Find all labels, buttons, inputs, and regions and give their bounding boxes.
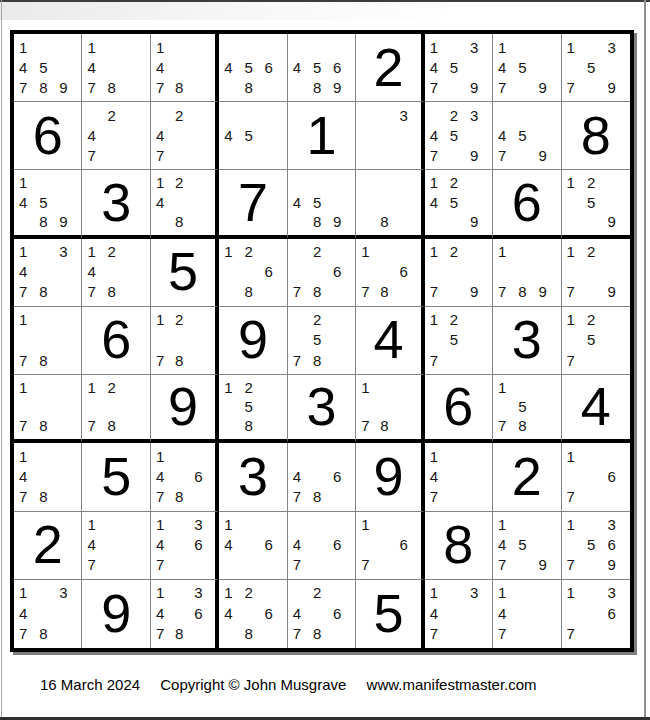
pencil-marks: 12468 xyxy=(219,580,286,648)
pencil-marks: 1259 xyxy=(562,170,630,234)
candidate-mark: 4 xyxy=(156,193,175,212)
cell-r2c1[interactable]: 6 xyxy=(14,102,82,170)
candidate-mark: 5 xyxy=(244,125,264,145)
candidate-mark xyxy=(608,262,628,282)
candidate-mark xyxy=(224,555,244,575)
cell-r8c7[interactable]: 8 xyxy=(425,512,493,580)
candidate-mark xyxy=(39,446,59,466)
candidate-mark xyxy=(175,515,194,535)
cell-r9c7[interactable]: 1347 xyxy=(425,580,493,648)
candidate-mark xyxy=(265,624,285,644)
candidate-mark xyxy=(265,397,285,416)
candidate-mark xyxy=(380,105,399,125)
candidate-mark: 8 xyxy=(244,624,264,644)
candidate-mark xyxy=(313,262,333,282)
cell-r8c6[interactable]: 167 xyxy=(356,512,424,580)
cell-r5c1[interactable]: 178 xyxy=(14,307,82,375)
candidate-mark: 8 xyxy=(39,350,59,370)
candidate-mark xyxy=(450,262,470,282)
cell-r7c1[interactable]: 1478 xyxy=(14,443,82,511)
candidate-mark xyxy=(108,57,128,77)
candidate-mark xyxy=(538,583,558,603)
candidate-mark xyxy=(293,515,313,535)
candidate-mark: 1 xyxy=(430,173,450,192)
cell-r5c8[interactable]: 3 xyxy=(493,307,561,375)
candidate-mark xyxy=(265,555,285,575)
cell-r3c9[interactable]: 1259 xyxy=(562,170,630,238)
cell-r5c3[interactable]: 1278 xyxy=(151,307,219,375)
candidate-mark: 7 xyxy=(430,350,450,370)
candidate-mark xyxy=(380,555,399,575)
candidate-mark: 8 xyxy=(518,416,538,435)
pencil-marks: 1478 xyxy=(82,34,149,101)
cell-r9c1[interactable]: 13478 xyxy=(14,580,82,648)
pencil-marks: 1268 xyxy=(219,239,286,306)
page-right-rule xyxy=(644,0,646,717)
candidate-mark xyxy=(430,105,450,125)
candidate-mark xyxy=(538,624,558,644)
candidate-mark xyxy=(175,603,194,623)
candidate-mark: 7 xyxy=(156,350,175,370)
candidate-mark xyxy=(128,397,148,416)
cell-r5c7[interactable]: 1257 xyxy=(425,307,493,375)
solved-digit: 8 xyxy=(581,108,611,162)
candidate-mark xyxy=(430,330,450,350)
candidate-mark: 7 xyxy=(19,282,39,302)
cell-r8c5[interactable]: 467 xyxy=(288,512,356,580)
candidate-mark xyxy=(400,173,419,192)
cell-r5c4[interactable]: 9 xyxy=(219,307,287,375)
candidate-mark xyxy=(608,310,628,330)
candidate-mark xyxy=(380,397,399,416)
candidate-mark xyxy=(39,262,59,282)
candidate-mark xyxy=(587,603,607,623)
cell-r7c9[interactable]: 167 xyxy=(562,443,630,511)
candidate-mark xyxy=(450,583,470,603)
candidate-mark xyxy=(244,37,264,57)
cell-r1c9[interactable]: 13579 xyxy=(562,34,630,102)
candidate-mark: 1 xyxy=(19,37,39,57)
candidate-mark xyxy=(224,624,244,644)
candidate-mark xyxy=(470,330,490,350)
candidate-mark xyxy=(538,37,558,57)
cell-r7c7[interactable]: 147 xyxy=(425,443,493,511)
cell-r9c2[interactable]: 9 xyxy=(82,580,150,648)
candidate-mark: 7 xyxy=(361,282,380,302)
cell-r1c1[interactable]: 145789 xyxy=(14,34,82,102)
cell-r3c1[interactable]: 14589 xyxy=(14,170,82,238)
cell-r1c5[interactable]: 45689 xyxy=(288,34,356,102)
candidate-mark: 9 xyxy=(538,145,558,165)
candidate-mark: 1 xyxy=(19,446,39,466)
candidate-mark: 2 xyxy=(244,242,264,262)
cell-r7c2[interactable]: 5 xyxy=(82,443,150,511)
candidate-mark xyxy=(333,242,353,262)
candidate-mark xyxy=(265,583,285,603)
cell-r8c4[interactable]: 146 xyxy=(219,512,287,580)
cell-r8c8[interactable]: 14579 xyxy=(493,512,561,580)
candidate-mark: 2 xyxy=(313,310,333,330)
candidate-mark: 6 xyxy=(333,466,353,486)
cell-r7c5[interactable]: 4678 xyxy=(288,443,356,511)
candidate-mark: 8 xyxy=(39,212,59,231)
candidate-mark: 7 xyxy=(567,486,587,506)
cell-r8c2[interactable]: 147 xyxy=(82,512,150,580)
candidate-mark xyxy=(518,105,538,125)
cell-r9c3[interactable]: 134678 xyxy=(151,580,219,648)
candidate-mark xyxy=(567,262,587,282)
solved-digit: 3 xyxy=(512,312,542,366)
cell-r2c3[interactable]: 247 xyxy=(151,102,219,170)
cell-r7c3[interactable]: 14678 xyxy=(151,443,219,511)
cell-r2c9[interactable]: 8 xyxy=(562,102,630,170)
cell-r4c6[interactable]: 1678 xyxy=(356,239,424,307)
cell-r2c5[interactable]: 1 xyxy=(288,102,356,170)
candidate-mark: 4 xyxy=(293,57,313,77)
candidate-mark: 8 xyxy=(313,77,333,97)
candidate-mark: 5 xyxy=(450,193,470,212)
pencil-marks: 1248 xyxy=(151,170,215,234)
candidate-mark xyxy=(333,555,353,575)
candidate-mark: 8 xyxy=(39,416,59,435)
cell-r2c2[interactable]: 247 xyxy=(82,102,150,170)
candidate-mark: 5 xyxy=(587,193,607,212)
candidate-mark: 8 xyxy=(313,624,333,644)
candidate-mark: 1 xyxy=(156,515,175,535)
pencil-marks: 134678 xyxy=(151,580,215,648)
cell-r1c4[interactable]: 4568 xyxy=(219,34,287,102)
candidate-mark xyxy=(59,310,79,330)
cell-r3c8[interactable]: 6 xyxy=(493,170,561,238)
cell-r6c6[interactable]: 178 xyxy=(356,375,424,443)
candidate-mark: 6 xyxy=(265,57,285,77)
candidate-mark: 7 xyxy=(156,624,175,644)
cell-r9c5[interactable]: 24678 xyxy=(288,580,356,648)
cell-r6c4[interactable]: 1258 xyxy=(219,375,287,443)
cell-r4c1[interactable]: 13478 xyxy=(14,239,82,307)
candidate-mark xyxy=(175,583,194,603)
candidate-mark: 9 xyxy=(608,77,628,97)
cell-r3c6[interactable]: 8 xyxy=(356,170,424,238)
candidate-mark xyxy=(39,330,59,350)
candidate-mark xyxy=(313,555,333,575)
candidate-mark xyxy=(175,446,194,466)
candidate-mark xyxy=(39,466,59,486)
candidate-mark: 6 xyxy=(194,535,213,555)
candidate-mark: 4 xyxy=(156,535,175,555)
footer: 16 March 2024 Copyright © John Musgrave … xyxy=(40,676,537,693)
candidate-mark xyxy=(450,212,470,231)
candidate-mark xyxy=(194,555,213,575)
candidate-mark xyxy=(39,242,59,262)
candidate-mark xyxy=(128,125,148,145)
candidate-mark: 9 xyxy=(608,212,628,231)
candidate-mark: 4 xyxy=(156,603,175,623)
candidate-mark xyxy=(538,515,558,535)
candidate-mark xyxy=(380,125,399,145)
candidate-mark: 1 xyxy=(567,583,587,603)
candidate-mark: 4 xyxy=(224,125,244,145)
cell-r4c5[interactable]: 2678 xyxy=(288,239,356,307)
cell-r1c3[interactable]: 1478 xyxy=(151,34,219,102)
candidate-mark xyxy=(498,262,518,282)
cell-r4c9[interactable]: 1279 xyxy=(562,239,630,307)
candidate-mark xyxy=(361,145,380,165)
cell-r6c5[interactable]: 3 xyxy=(288,375,356,443)
cell-r7c4[interactable]: 3 xyxy=(219,443,287,511)
cell-r2c6[interactable]: 3 xyxy=(356,102,424,170)
candidate-mark: 8 xyxy=(518,282,538,302)
candidate-mark xyxy=(608,330,628,350)
cell-r4c7[interactable]: 1279 xyxy=(425,239,493,307)
cell-r1c7[interactable]: 134579 xyxy=(425,34,493,102)
candidate-mark: 8 xyxy=(244,282,264,302)
candidate-mark: 1 xyxy=(19,173,39,192)
candidate-mark: 6 xyxy=(608,535,628,555)
candidate-mark: 3 xyxy=(470,37,490,57)
cell-r6c2[interactable]: 1278 xyxy=(82,375,150,443)
candidate-mark: 2 xyxy=(313,583,333,603)
candidate-mark xyxy=(244,262,264,282)
candidate-mark: 4 xyxy=(498,603,518,623)
candidate-mark: 7 xyxy=(430,624,450,644)
cell-r5c9[interactable]: 1257 xyxy=(562,307,630,375)
candidate-mark: 1 xyxy=(430,242,450,262)
candidate-mark xyxy=(380,515,399,535)
candidate-mark: 1 xyxy=(19,378,39,397)
candidate-mark xyxy=(430,262,450,282)
pencil-marks: 1789 xyxy=(493,239,560,306)
cell-r9c4[interactable]: 12468 xyxy=(219,580,287,648)
candidate-mark xyxy=(538,262,558,282)
pencil-marks: 147 xyxy=(82,512,149,579)
candidate-mark xyxy=(333,446,353,466)
candidate-mark: 8 xyxy=(313,350,333,370)
candidate-mark: 4 xyxy=(293,193,313,212)
candidate-mark xyxy=(380,145,399,165)
candidate-mark: 2 xyxy=(175,173,194,192)
cell-r1c8[interactable]: 14579 xyxy=(493,34,561,102)
pencil-marks: 1478 xyxy=(151,34,215,101)
candidate-mark: 3 xyxy=(194,583,213,603)
pencil-marks: 234579 xyxy=(425,102,492,169)
website-url: www.manifestmaster.com xyxy=(367,676,537,693)
candidate-mark xyxy=(265,105,285,125)
candidate-mark xyxy=(538,242,558,262)
candidate-mark xyxy=(293,212,313,231)
candidate-mark: 1 xyxy=(498,378,518,397)
candidate-mark: 8 xyxy=(108,282,128,302)
candidate-mark: 9 xyxy=(470,77,490,97)
candidate-mark xyxy=(361,125,380,145)
candidate-mark: 2 xyxy=(450,105,470,125)
pencil-marks: 1257 xyxy=(562,307,630,374)
candidate-mark xyxy=(194,173,213,192)
page-left-rule xyxy=(1,0,2,717)
candidate-mark xyxy=(498,397,518,416)
candidate-mark xyxy=(538,416,558,435)
solved-digit: 2 xyxy=(512,449,542,503)
candidate-mark xyxy=(108,37,128,57)
candidate-mark: 9 xyxy=(538,282,558,302)
candidate-mark xyxy=(39,378,59,397)
candidate-mark xyxy=(293,77,313,97)
candidate-mark xyxy=(59,57,79,77)
candidate-mark xyxy=(128,37,148,57)
candidate-mark xyxy=(175,125,194,145)
candidate-mark: 4 xyxy=(87,125,107,145)
cell-r7c6[interactable]: 9 xyxy=(356,443,424,511)
candidate-mark: 5 xyxy=(244,397,264,416)
cell-r5c5[interactable]: 2578 xyxy=(288,307,356,375)
candidate-mark: 4 xyxy=(430,193,450,212)
candidate-mark xyxy=(587,515,607,535)
cell-r2c7[interactable]: 234579 xyxy=(425,102,493,170)
candidate-mark: 1 xyxy=(498,242,518,262)
candidate-mark: 8 xyxy=(39,486,59,506)
cell-r3c7[interactable]: 12459 xyxy=(425,170,493,238)
pencil-marks: 13579 xyxy=(562,34,630,101)
candidate-mark xyxy=(567,535,587,555)
candidate-mark: 6 xyxy=(265,603,285,623)
cell-r6c1[interactable]: 178 xyxy=(14,375,82,443)
candidate-mark: 1 xyxy=(87,378,107,397)
candidate-mark xyxy=(608,242,628,262)
cell-r7c8[interactable]: 2 xyxy=(493,443,561,511)
cell-r3c4[interactable]: 7 xyxy=(219,170,287,238)
candidate-mark: 7 xyxy=(430,282,450,302)
candidate-mark xyxy=(538,378,558,397)
pencil-marks: 135679 xyxy=(562,512,630,579)
cell-r2c4[interactable]: 45 xyxy=(219,102,287,170)
pencil-marks: 14579 xyxy=(493,512,560,579)
candidate-mark: 7 xyxy=(87,145,107,165)
candidate-mark xyxy=(39,397,59,416)
candidate-mark xyxy=(333,486,353,506)
cell-r6c3[interactable]: 9 xyxy=(151,375,219,443)
candidate-mark: 2 xyxy=(587,242,607,262)
candidate-mark: 9 xyxy=(333,212,353,231)
candidate-mark xyxy=(361,397,380,416)
candidate-mark xyxy=(108,397,128,416)
candidate-mark: 7 xyxy=(19,486,39,506)
candidate-mark: 7 xyxy=(87,282,107,302)
candidate-mark: 7 xyxy=(361,555,380,575)
candidate-mark: 2 xyxy=(587,310,607,330)
candidate-mark xyxy=(244,535,264,555)
candidate-mark xyxy=(293,37,313,57)
candidate-mark xyxy=(470,193,490,212)
cell-r8c3[interactable]: 13467 xyxy=(151,512,219,580)
candidate-mark xyxy=(59,330,79,350)
candidate-mark xyxy=(194,212,213,231)
candidate-mark xyxy=(430,212,450,231)
cell-r1c2[interactable]: 1478 xyxy=(82,34,150,102)
cell-r8c1[interactable]: 2 xyxy=(14,512,82,580)
candidate-mark xyxy=(380,262,399,282)
cell-r1c6[interactable]: 2 xyxy=(356,34,424,102)
candidate-mark xyxy=(224,77,244,97)
candidate-mark xyxy=(361,193,380,212)
cell-r9c9[interactable]: 1367 xyxy=(562,580,630,648)
candidate-mark: 4 xyxy=(293,535,313,555)
candidate-mark xyxy=(128,416,148,435)
candidate-mark: 6 xyxy=(400,262,419,282)
cell-r6c8[interactable]: 1578 xyxy=(493,375,561,443)
candidate-mark: 7 xyxy=(567,77,587,97)
candidate-mark: 4 xyxy=(87,57,107,77)
candidate-mark: 5 xyxy=(518,57,538,77)
cell-r3c3[interactable]: 1248 xyxy=(151,170,219,238)
candidate-mark xyxy=(567,330,587,350)
candidate-mark xyxy=(333,193,353,212)
candidate-mark xyxy=(518,378,538,397)
candidate-mark xyxy=(265,125,285,145)
cell-r3c5[interactable]: 4589 xyxy=(288,170,356,238)
candidate-mark xyxy=(87,397,107,416)
cell-r5c6[interactable]: 4 xyxy=(356,307,424,375)
candidate-mark xyxy=(59,173,79,192)
cell-r4c2[interactable]: 12478 xyxy=(82,239,150,307)
cell-r8c9[interactable]: 135679 xyxy=(562,512,630,580)
solved-digit: 3 xyxy=(238,449,268,503)
pencil-marks: 1578 xyxy=(493,375,560,439)
pencil-marks: 12478 xyxy=(82,239,149,306)
cell-r6c9[interactable]: 4 xyxy=(562,375,630,443)
pencil-marks: 8 xyxy=(356,170,420,234)
candidate-mark xyxy=(470,446,490,466)
cell-r3c2[interactable]: 3 xyxy=(82,170,150,238)
cell-r2c8[interactable]: 4579 xyxy=(493,102,561,170)
candidate-mark xyxy=(175,555,194,575)
candidate-mark: 8 xyxy=(39,282,59,302)
pencil-marks: 147 xyxy=(425,443,492,510)
candidate-mark xyxy=(175,330,194,350)
candidate-mark: 5 xyxy=(450,125,470,145)
candidate-mark: 8 xyxy=(313,486,333,506)
candidate-mark: 4 xyxy=(498,535,518,555)
candidate-mark: 1 xyxy=(498,583,518,603)
candidate-mark: 7 xyxy=(19,350,39,370)
cell-r9c8[interactable]: 147 xyxy=(493,580,561,648)
cell-r5c2[interactable]: 6 xyxy=(82,307,150,375)
candidate-mark xyxy=(224,105,244,125)
candidate-mark: 4 xyxy=(156,125,175,145)
cell-r4c3[interactable]: 5 xyxy=(151,239,219,307)
cell-r4c8[interactable]: 1789 xyxy=(493,239,561,307)
solved-digit: 7 xyxy=(238,175,268,229)
candidate-mark: 2 xyxy=(450,242,470,262)
candidate-mark: 7 xyxy=(87,555,107,575)
cell-r9c6[interactable]: 5 xyxy=(356,580,424,648)
candidate-mark: 6 xyxy=(194,603,213,623)
candidate-mark: 2 xyxy=(108,105,128,125)
candidate-mark xyxy=(265,77,285,97)
candidate-mark: 1 xyxy=(156,37,175,57)
candidate-mark xyxy=(128,515,148,535)
candidate-mark: 8 xyxy=(313,282,333,302)
candidate-mark xyxy=(450,77,470,97)
candidate-mark xyxy=(608,486,628,506)
candidate-mark xyxy=(361,173,380,192)
candidate-mark xyxy=(538,535,558,555)
cell-r6c7[interactable]: 6 xyxy=(425,375,493,443)
candidate-mark xyxy=(567,466,587,486)
candidate-mark: 8 xyxy=(108,77,128,97)
solved-digit: 3 xyxy=(101,175,131,229)
pencil-marks: 467 xyxy=(288,512,355,579)
cell-r4c4[interactable]: 1268 xyxy=(219,239,287,307)
